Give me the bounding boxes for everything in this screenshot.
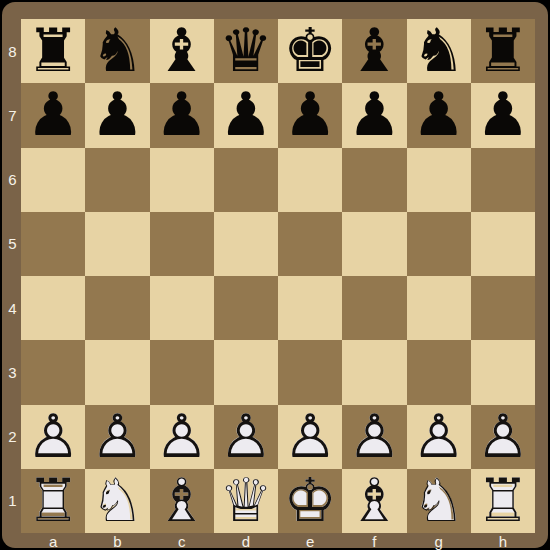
rank-label-6: 6 bbox=[4, 148, 21, 212]
square-d4[interactable] bbox=[214, 276, 278, 340]
square-b5[interactable] bbox=[85, 212, 149, 276]
square-c2[interactable]: ♟♙ bbox=[150, 405, 214, 469]
rank-label-1: 1 bbox=[4, 469, 21, 533]
square-h1[interactable]: ♜♖ bbox=[471, 469, 535, 533]
black-pawn-glyph: ♟ bbox=[150, 83, 214, 147]
square-d1[interactable]: ♛♕ bbox=[214, 469, 278, 533]
rank-label-8: 8 bbox=[4, 19, 21, 83]
square-c5[interactable] bbox=[150, 212, 214, 276]
black-bishop-glyph: ♝ bbox=[342, 19, 406, 83]
black-pawn-glyph: ♟ bbox=[407, 83, 471, 147]
square-h5[interactable] bbox=[471, 212, 535, 276]
file-label-c: c bbox=[150, 533, 214, 550]
square-e5[interactable] bbox=[278, 212, 342, 276]
piece-black-king: ♚ bbox=[278, 19, 342, 83]
piece-white-pawn: ♟♙ bbox=[85, 405, 149, 469]
piece-black-pawn: ♟ bbox=[21, 83, 85, 147]
piece-white-queen: ♛♕ bbox=[214, 469, 278, 533]
black-pawn-glyph: ♟ bbox=[214, 83, 278, 147]
white-pawn-outline-glyph: ♙ bbox=[21, 405, 85, 469]
square-f5[interactable] bbox=[342, 212, 406, 276]
white-pawn-outline-glyph: ♙ bbox=[278, 405, 342, 469]
square-a6[interactable] bbox=[21, 148, 85, 212]
square-c6[interactable] bbox=[150, 148, 214, 212]
square-e7[interactable]: ♟ bbox=[278, 83, 342, 147]
board-grid: ♜♞♝♛♚♝♞♜♟♟♟♟♟♟♟♟♟♙♟♙♟♙♟♙♟♙♟♙♟♙♟♙♜♖♞♘♝♗♛♕… bbox=[21, 19, 535, 533]
square-d5[interactable] bbox=[214, 212, 278, 276]
piece-white-pawn: ♟♙ bbox=[471, 405, 535, 469]
black-pawn-glyph: ♟ bbox=[21, 83, 85, 147]
rank-label-2: 2 bbox=[4, 405, 21, 469]
piece-black-pawn: ♟ bbox=[150, 83, 214, 147]
square-a1[interactable]: ♜♖ bbox=[21, 469, 85, 533]
piece-white-knight: ♞♘ bbox=[85, 469, 149, 533]
white-rook-outline-glyph: ♖ bbox=[21, 469, 85, 533]
square-b3[interactable] bbox=[85, 340, 149, 404]
white-pawn-outline-glyph: ♙ bbox=[150, 405, 214, 469]
black-bishop-glyph: ♝ bbox=[150, 19, 214, 83]
square-b6[interactable] bbox=[85, 148, 149, 212]
square-h6[interactable] bbox=[471, 148, 535, 212]
white-pawn-outline-glyph: ♙ bbox=[214, 405, 278, 469]
square-h4[interactable] bbox=[471, 276, 535, 340]
piece-black-queen: ♛ bbox=[214, 19, 278, 83]
square-f2[interactable]: ♟♙ bbox=[342, 405, 406, 469]
square-b7[interactable]: ♟ bbox=[85, 83, 149, 147]
square-f4[interactable] bbox=[342, 276, 406, 340]
black-queen-glyph: ♛ bbox=[214, 19, 278, 83]
square-c3[interactable] bbox=[150, 340, 214, 404]
square-g4[interactable] bbox=[407, 276, 471, 340]
black-king-glyph: ♚ bbox=[278, 19, 342, 83]
square-h8[interactable]: ♜ bbox=[471, 19, 535, 83]
square-g5[interactable] bbox=[407, 212, 471, 276]
piece-black-pawn: ♟ bbox=[278, 83, 342, 147]
square-b8[interactable]: ♞ bbox=[85, 19, 149, 83]
piece-black-rook: ♜ bbox=[471, 19, 535, 83]
white-knight-outline-glyph: ♘ bbox=[407, 469, 471, 533]
piece-black-knight: ♞ bbox=[407, 19, 471, 83]
rank-labels: 87654321 bbox=[4, 19, 21, 533]
file-label-d: d bbox=[214, 533, 278, 550]
square-d8[interactable]: ♛ bbox=[214, 19, 278, 83]
square-g3[interactable] bbox=[407, 340, 471, 404]
file-label-e: e bbox=[278, 533, 342, 550]
square-b2[interactable]: ♟♙ bbox=[85, 405, 149, 469]
square-h2[interactable]: ♟♙ bbox=[471, 405, 535, 469]
piece-black-pawn: ♟ bbox=[407, 83, 471, 147]
piece-white-pawn: ♟♙ bbox=[342, 405, 406, 469]
square-b4[interactable] bbox=[85, 276, 149, 340]
file-label-a: a bbox=[21, 533, 85, 550]
rank-label-5: 5 bbox=[4, 212, 21, 276]
black-rook-glyph: ♜ bbox=[21, 19, 85, 83]
square-a7[interactable]: ♟ bbox=[21, 83, 85, 147]
piece-black-knight: ♞ bbox=[85, 19, 149, 83]
square-a3[interactable] bbox=[21, 340, 85, 404]
square-c4[interactable] bbox=[150, 276, 214, 340]
square-d6[interactable] bbox=[214, 148, 278, 212]
piece-black-pawn: ♟ bbox=[342, 83, 406, 147]
square-d2[interactable]: ♟♙ bbox=[214, 405, 278, 469]
square-h3[interactable] bbox=[471, 340, 535, 404]
file-label-f: f bbox=[342, 533, 406, 550]
square-f1[interactable]: ♝♗ bbox=[342, 469, 406, 533]
square-c8[interactable]: ♝ bbox=[150, 19, 214, 83]
rank-label-3: 3 bbox=[4, 340, 21, 404]
black-knight-glyph: ♞ bbox=[85, 19, 149, 83]
square-a4[interactable] bbox=[21, 276, 85, 340]
square-f3[interactable] bbox=[342, 340, 406, 404]
white-rook-outline-glyph: ♖ bbox=[471, 469, 535, 533]
square-e1[interactable]: ♚♔ bbox=[278, 469, 342, 533]
piece-black-pawn: ♟ bbox=[85, 83, 149, 147]
square-g6[interactable] bbox=[407, 148, 471, 212]
black-knight-glyph: ♞ bbox=[407, 19, 471, 83]
white-bishop-outline-glyph: ♗ bbox=[150, 469, 214, 533]
piece-white-pawn: ♟♙ bbox=[278, 405, 342, 469]
file-label-b: b bbox=[85, 533, 149, 550]
square-c1[interactable]: ♝♗ bbox=[150, 469, 214, 533]
square-e2[interactable]: ♟♙ bbox=[278, 405, 342, 469]
square-g1[interactable]: ♞♘ bbox=[407, 469, 471, 533]
file-labels: abcdefgh bbox=[21, 533, 535, 550]
piece-white-rook: ♜♖ bbox=[21, 469, 85, 533]
piece-black-bishop: ♝ bbox=[342, 19, 406, 83]
piece-white-pawn: ♟♙ bbox=[214, 405, 278, 469]
rank-label-4: 4 bbox=[4, 276, 21, 340]
piece-black-rook: ♜ bbox=[21, 19, 85, 83]
white-pawn-outline-glyph: ♙ bbox=[471, 405, 535, 469]
chessboard: 87654321 abcdefgh ♜♞♝♛♚♝♞♜♟♟♟♟♟♟♟♟♟♙♟♙♟♙… bbox=[0, 0, 550, 550]
square-a5[interactable] bbox=[21, 212, 85, 276]
piece-white-pawn: ♟♙ bbox=[407, 405, 471, 469]
piece-white-king: ♚♔ bbox=[278, 469, 342, 533]
square-g7[interactable]: ♟ bbox=[407, 83, 471, 147]
white-pawn-outline-glyph: ♙ bbox=[342, 405, 406, 469]
black-pawn-glyph: ♟ bbox=[278, 83, 342, 147]
black-pawn-glyph: ♟ bbox=[471, 83, 535, 147]
white-king-outline-glyph: ♔ bbox=[278, 469, 342, 533]
square-g2[interactable]: ♟♙ bbox=[407, 405, 471, 469]
square-e4[interactable] bbox=[278, 276, 342, 340]
square-c7[interactable]: ♟ bbox=[150, 83, 214, 147]
square-b1[interactable]: ♞♘ bbox=[85, 469, 149, 533]
piece-white-pawn: ♟♙ bbox=[21, 405, 85, 469]
file-label-g: g bbox=[407, 533, 471, 550]
white-pawn-outline-glyph: ♙ bbox=[85, 405, 149, 469]
black-rook-glyph: ♜ bbox=[471, 19, 535, 83]
square-e6[interactable] bbox=[278, 148, 342, 212]
white-pawn-outline-glyph: ♙ bbox=[407, 405, 471, 469]
square-f8[interactable]: ♝ bbox=[342, 19, 406, 83]
white-knight-outline-glyph: ♘ bbox=[85, 469, 149, 533]
rank-label-7: 7 bbox=[4, 83, 21, 147]
square-g8[interactable]: ♞ bbox=[407, 19, 471, 83]
square-e8[interactable]: ♚ bbox=[278, 19, 342, 83]
square-d3[interactable] bbox=[214, 340, 278, 404]
piece-black-pawn: ♟ bbox=[471, 83, 535, 147]
white-queen-outline-glyph: ♕ bbox=[214, 469, 278, 533]
square-a2[interactable]: ♟♙ bbox=[21, 405, 85, 469]
piece-white-bishop: ♝♗ bbox=[150, 469, 214, 533]
square-h7[interactable]: ♟ bbox=[471, 83, 535, 147]
black-pawn-glyph: ♟ bbox=[342, 83, 406, 147]
piece-black-bishop: ♝ bbox=[150, 19, 214, 83]
black-pawn-glyph: ♟ bbox=[85, 83, 149, 147]
piece-white-knight: ♞♘ bbox=[407, 469, 471, 533]
square-f6[interactable] bbox=[342, 148, 406, 212]
piece-white-rook: ♜♖ bbox=[471, 469, 535, 533]
piece-black-pawn: ♟ bbox=[214, 83, 278, 147]
square-a8[interactable]: ♜ bbox=[21, 19, 85, 83]
square-e3[interactable] bbox=[278, 340, 342, 404]
board-frame: 87654321 abcdefgh ♜♞♝♛♚♝♞♜♟♟♟♟♟♟♟♟♟♙♟♙♟♙… bbox=[2, 2, 548, 548]
file-label-h: h bbox=[471, 533, 535, 550]
white-bishop-outline-glyph: ♗ bbox=[342, 469, 406, 533]
square-f7[interactable]: ♟ bbox=[342, 83, 406, 147]
piece-white-pawn: ♟♙ bbox=[150, 405, 214, 469]
piece-white-bishop: ♝♗ bbox=[342, 469, 406, 533]
square-d7[interactable]: ♟ bbox=[214, 83, 278, 147]
